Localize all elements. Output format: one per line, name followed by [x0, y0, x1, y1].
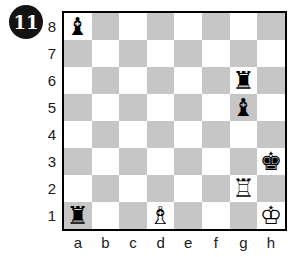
rank-label-7: 7: [36, 40, 56, 67]
square-e5[interactable]: [174, 94, 202, 121]
square-b7[interactable]: [92, 40, 120, 67]
square-e7[interactable]: [174, 40, 202, 67]
square-g7[interactable]: [230, 40, 258, 67]
square-d6[interactable]: [147, 67, 175, 94]
file-label-g: g: [230, 234, 258, 251]
square-a6[interactable]: [64, 67, 92, 94]
file-label-a: a: [64, 234, 92, 251]
square-c7[interactable]: [119, 40, 147, 67]
rank-label-2: 2: [36, 175, 56, 202]
square-b5[interactable]: [92, 94, 120, 121]
file-label-f: f: [202, 234, 230, 251]
square-f8[interactable]: [202, 13, 230, 40]
square-f2[interactable]: [202, 175, 230, 202]
square-e1[interactable]: [174, 202, 202, 229]
square-h6[interactable]: [257, 67, 285, 94]
square-g8[interactable]: [230, 13, 258, 40]
square-e2[interactable]: [174, 175, 202, 202]
square-e3[interactable]: [174, 148, 202, 175]
square-b6[interactable]: [92, 67, 120, 94]
square-d7[interactable]: [147, 40, 175, 67]
square-c1[interactable]: [119, 202, 147, 229]
square-h7[interactable]: [257, 40, 285, 67]
square-a4[interactable]: [64, 121, 92, 148]
square-g2[interactable]: ♖: [230, 175, 258, 202]
square-e4[interactable]: [174, 121, 202, 148]
square-c8[interactable]: [119, 13, 147, 40]
white-rook[interactable]: ♖: [232, 175, 254, 202]
rank-label-1: 1: [36, 202, 56, 229]
square-f7[interactable]: [202, 40, 230, 67]
square-g1[interactable]: [230, 202, 258, 229]
square-h2[interactable]: [257, 175, 285, 202]
file-label-e: e: [174, 234, 202, 251]
square-f5[interactable]: [202, 94, 230, 121]
square-a2[interactable]: [64, 175, 92, 202]
square-a5[interactable]: [64, 94, 92, 121]
white-king[interactable]: ♔: [260, 202, 282, 229]
square-h4[interactable]: [257, 121, 285, 148]
file-label-b: b: [92, 234, 120, 251]
white-bishop[interactable]: ♗: [149, 202, 171, 229]
square-g6[interactable]: ♜: [230, 67, 258, 94]
square-c2[interactable]: [119, 175, 147, 202]
square-d5[interactable]: [147, 94, 175, 121]
square-d4[interactable]: [147, 121, 175, 148]
rank-label-8: 8: [36, 13, 56, 40]
chess-puzzle-diagram: 11 87654321 ♝♜♝♚♖♜♗♔ abcdefgh: [0, 0, 301, 257]
black-king[interactable]: ♚: [260, 148, 282, 175]
square-a1[interactable]: ♜: [64, 202, 92, 229]
file-label-c: c: [119, 234, 147, 251]
square-b1[interactable]: [92, 202, 120, 229]
square-d2[interactable]: [147, 175, 175, 202]
square-c5[interactable]: [119, 94, 147, 121]
square-h1[interactable]: ♔: [257, 202, 285, 229]
file-label-d: d: [147, 234, 175, 251]
square-c4[interactable]: [119, 121, 147, 148]
square-h3[interactable]: ♚: [257, 148, 285, 175]
puzzle-number: 11: [13, 12, 38, 33]
square-f4[interactable]: [202, 121, 230, 148]
file-label-h: h: [257, 234, 285, 251]
square-d1[interactable]: ♗: [147, 202, 175, 229]
square-b4[interactable]: [92, 121, 120, 148]
square-b2[interactable]: [92, 175, 120, 202]
square-e8[interactable]: [174, 13, 202, 40]
rank-label-5: 5: [36, 94, 56, 121]
square-g4[interactable]: [230, 121, 258, 148]
black-rook[interactable]: ♜: [67, 202, 89, 229]
rank-label-6: 6: [36, 67, 56, 94]
square-e6[interactable]: [174, 67, 202, 94]
square-g5[interactable]: ♝: [230, 94, 258, 121]
square-h8[interactable]: [257, 13, 285, 40]
black-bishop[interactable]: ♝: [232, 94, 254, 121]
square-c6[interactable]: [119, 67, 147, 94]
rank-labels: 87654321: [36, 13, 56, 229]
square-h5[interactable]: [257, 94, 285, 121]
square-c3[interactable]: [119, 148, 147, 175]
square-f3[interactable]: [202, 148, 230, 175]
chess-board: ♝♜♝♚♖♜♗♔: [62, 11, 287, 231]
square-b8[interactable]: [92, 13, 120, 40]
square-g3[interactable]: [230, 148, 258, 175]
black-rook[interactable]: ♜: [232, 67, 254, 94]
square-d8[interactable]: [147, 13, 175, 40]
file-labels: abcdefgh: [64, 234, 285, 251]
square-a7[interactable]: [64, 40, 92, 67]
square-f6[interactable]: [202, 67, 230, 94]
square-b3[interactable]: [92, 148, 120, 175]
square-a3[interactable]: [64, 148, 92, 175]
square-a8[interactable]: ♝: [64, 13, 92, 40]
black-bishop[interactable]: ♝: [67, 13, 89, 40]
square-d3[interactable]: [147, 148, 175, 175]
rank-label-3: 3: [36, 148, 56, 175]
rank-label-4: 4: [36, 121, 56, 148]
square-f1[interactable]: [202, 202, 230, 229]
